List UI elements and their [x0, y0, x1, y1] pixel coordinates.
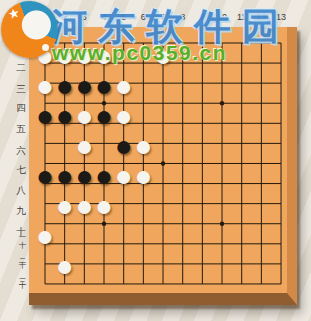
intersection[interactable]: ● — [114, 161, 134, 191]
intersection[interactable] — [153, 290, 173, 294]
intersection[interactable] — [133, 101, 153, 131]
black-stone: ● — [75, 161, 93, 191]
intersection[interactable] — [212, 161, 232, 191]
board-grid: ●●●●●●●●●●●●●●●●●●●●●●●●●●●●● — [35, 33, 291, 294]
intersection[interactable] — [114, 191, 134, 221]
intersection[interactable] — [232, 161, 252, 191]
intersection[interactable] — [74, 251, 94, 281]
intersection[interactable] — [35, 290, 55, 294]
intersection[interactable] — [193, 101, 213, 131]
intersection[interactable] — [114, 251, 134, 281]
intersection[interactable] — [94, 251, 114, 281]
intersection[interactable] — [153, 221, 173, 251]
white-stone: ● — [36, 221, 54, 251]
intersection[interactable] — [94, 131, 114, 161]
black-stone: ● — [55, 101, 73, 131]
intersection[interactable] — [212, 131, 232, 161]
intersection[interactable] — [271, 131, 291, 161]
intersection[interactable]: ● — [74, 101, 94, 131]
intersection[interactable] — [252, 191, 272, 221]
intersection[interactable] — [133, 251, 153, 281]
intersection[interactable]: ● — [114, 131, 134, 161]
intersection[interactable] — [271, 191, 291, 221]
intersection[interactable] — [173, 131, 193, 161]
white-stone: ● — [115, 71, 133, 101]
intersection[interactable]: ● — [94, 101, 114, 131]
intersection[interactable] — [35, 131, 55, 161]
intersection[interactable] — [55, 221, 75, 251]
intersection[interactable] — [212, 191, 232, 221]
watermark-site-url: www.pc0359.cn — [52, 41, 227, 65]
intersection[interactable] — [271, 161, 291, 191]
intersection[interactable]: ● — [55, 251, 75, 281]
intersection[interactable]: ● — [74, 131, 94, 161]
intersection[interactable]: ● — [94, 161, 114, 191]
intersection[interactable] — [94, 221, 114, 251]
intersection[interactable] — [153, 191, 173, 221]
black-stone: ● — [75, 71, 93, 101]
intersection[interactable] — [232, 191, 252, 221]
intersection[interactable] — [193, 191, 213, 221]
intersection[interactable]: ● — [74, 71, 94, 101]
intersection[interactable] — [94, 290, 114, 294]
intersection[interactable]: ● — [74, 191, 94, 221]
intersection[interactable]: ● — [55, 101, 75, 131]
intersection[interactable] — [173, 290, 193, 294]
intersection[interactable] — [55, 290, 75, 294]
intersection[interactable] — [55, 131, 75, 161]
intersection[interactable] — [153, 101, 173, 131]
intersection[interactable] — [133, 221, 153, 251]
intersection[interactable] — [252, 71, 272, 101]
intersection[interactable] — [173, 251, 193, 281]
intersection[interactable]: ● — [55, 161, 75, 191]
intersection[interactable] — [212, 221, 232, 251]
white-stone: ● — [55, 251, 73, 281]
intersection[interactable] — [133, 71, 153, 101]
intersection[interactable] — [212, 251, 232, 281]
white-stone: ● — [75, 101, 93, 131]
intersection[interactable]: ● — [35, 101, 55, 131]
intersection[interactable] — [271, 290, 291, 294]
intersection[interactable]: ● — [35, 221, 55, 251]
intersection[interactable] — [252, 251, 272, 281]
intersection[interactable]: ● — [114, 71, 134, 101]
logo-dot-icon — [42, 44, 49, 51]
intersection[interactable] — [212, 71, 232, 101]
black-stone: ● — [36, 161, 54, 191]
intersection[interactable] — [193, 221, 213, 251]
intersection[interactable]: ● — [94, 71, 114, 101]
white-stone: ● — [95, 191, 113, 221]
black-stone: ● — [95, 161, 113, 191]
intersection[interactable]: ● — [133, 161, 153, 191]
intersection[interactable] — [212, 290, 232, 294]
intersection[interactable]: ● — [35, 161, 55, 191]
intersection[interactable] — [252, 131, 272, 161]
intersection[interactable] — [232, 101, 252, 131]
intersection[interactable] — [232, 290, 252, 294]
intersection[interactable]: ● — [94, 191, 114, 221]
white-stone: ● — [75, 191, 93, 221]
black-stone: ● — [36, 101, 54, 131]
intersection[interactable] — [193, 251, 213, 281]
intersection[interactable] — [271, 221, 291, 251]
intersection[interactable] — [153, 161, 173, 191]
go-board: ●●●●●●●●●●●●●●●●●●●●●●●●●●●●● — [29, 27, 297, 305]
intersection[interactable] — [193, 71, 213, 101]
intersection[interactable] — [271, 251, 291, 281]
intersection[interactable] — [252, 161, 272, 191]
intersection[interactable] — [173, 221, 193, 251]
intersection[interactable] — [252, 101, 272, 131]
intersection[interactable]: ● — [35, 71, 55, 101]
intersection[interactable]: ● — [55, 191, 75, 221]
intersection[interactable] — [212, 101, 232, 131]
intersection[interactable] — [271, 101, 291, 131]
white-stone: ● — [134, 161, 152, 191]
intersection[interactable]: ● — [114, 101, 134, 131]
site-logo: ★ — [1, 1, 58, 58]
white-stone: ● — [134, 131, 152, 161]
white-stone: ● — [115, 101, 133, 131]
intersection[interactable] — [232, 131, 252, 161]
white-stone: ● — [75, 131, 93, 161]
intersection[interactable] — [193, 131, 213, 161]
intersection[interactable] — [232, 251, 252, 281]
intersection[interactable] — [74, 290, 94, 294]
screenshot-root: ●●●●●●●●●●●●●●●●●●●●●●●●●●●●● 1234567891… — [0, 0, 311, 321]
intersection[interactable]: ● — [74, 161, 94, 191]
intersection[interactable] — [252, 290, 272, 294]
intersection[interactable] — [252, 221, 272, 251]
intersection[interactable] — [173, 71, 193, 101]
black-stone: ● — [95, 71, 113, 101]
black-stone: ● — [115, 131, 133, 161]
intersection[interactable] — [114, 221, 134, 251]
intersection[interactable]: ● — [133, 131, 153, 161]
intersection[interactable] — [35, 191, 55, 221]
black-stone: ● — [95, 101, 113, 131]
intersection[interactable] — [35, 251, 55, 281]
white-stone: ● — [115, 161, 133, 191]
intersection[interactable] — [153, 251, 173, 281]
black-stone: ● — [55, 71, 73, 101]
intersection[interactable] — [74, 221, 94, 251]
white-stone: ● — [36, 71, 54, 101]
intersection[interactable] — [271, 71, 291, 101]
intersection[interactable] — [232, 221, 252, 251]
intersection[interactable] — [133, 191, 153, 221]
intersection[interactable] — [153, 71, 173, 101]
white-stone: ● — [55, 191, 73, 221]
intersection[interactable] — [232, 71, 252, 101]
intersection[interactable]: ● — [55, 71, 75, 101]
intersection[interactable] — [173, 161, 193, 191]
intersection[interactable] — [133, 290, 153, 294]
intersection[interactable] — [173, 101, 193, 131]
intersection[interactable] — [114, 290, 134, 294]
intersection[interactable] — [153, 131, 173, 161]
intersection[interactable] — [173, 191, 193, 221]
black-stone: ● — [55, 161, 73, 191]
row-labels: 一二三四五六七八九十十一十二十三 — [11, 27, 27, 293]
intersection[interactable] — [193, 290, 213, 294]
intersection[interactable] — [193, 161, 213, 191]
